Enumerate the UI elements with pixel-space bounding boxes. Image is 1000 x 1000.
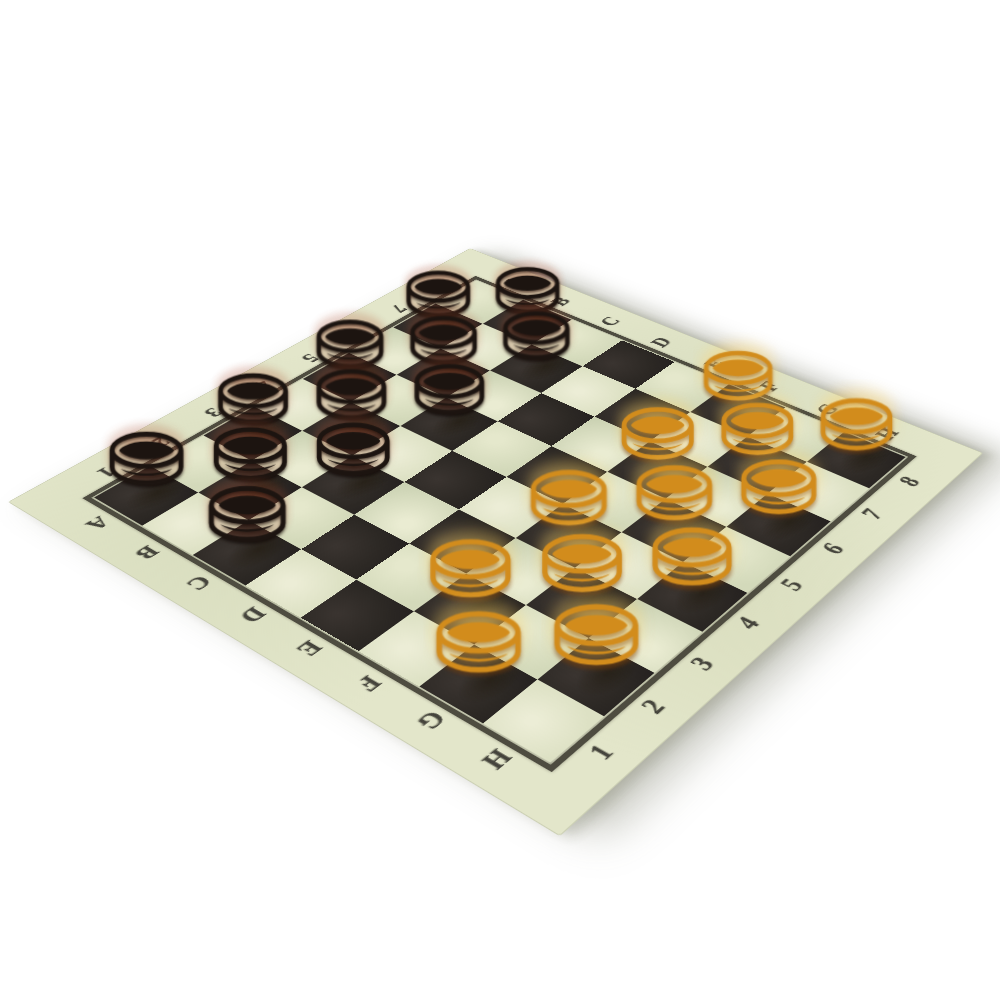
product-photo-canvas: 12345678 12345678 ABCDEFGH ABCDEFGH ⛂⛂⛂⛂… (0, 0, 1000, 1000)
honey-amber-piece-h4[interactable]: ⛂ (640, 506, 745, 602)
checkers-board-scene: 12345678 12345678 ABCDEFGH ABCDEFGH ⛂⛂⛂⛂… (8, 248, 983, 836)
honey-amber-piece-g1[interactable]: ⛂ (423, 588, 535, 690)
cherry-amber-piece-c7[interactable]: ⛂ (493, 293, 581, 373)
cherry-amber-piece-c3[interactable]: ⛂ (305, 402, 402, 491)
board-grid: ⛂⛂⛂⛂⛂⛂⛂⛂⛂⛂⛂⛂⛂⛂⛂⛂⛂⛂⛂⛂⛂⛂⛂⛂ (94, 280, 906, 762)
cherry-amber-piece-c1[interactable]: ⛂ (196, 465, 298, 558)
cherry-amber-piece-c5[interactable]: ⛂ (403, 345, 495, 429)
honey-amber-piece-h2[interactable]: ⛂ (541, 581, 652, 683)
rollup-board-mat: 12345678 12345678 ABCDEFGH ABCDEFGH ⛂⛂⛂⛂… (8, 248, 983, 836)
cherry-amber-piece-a1[interactable]: ⛂ (98, 412, 195, 501)
